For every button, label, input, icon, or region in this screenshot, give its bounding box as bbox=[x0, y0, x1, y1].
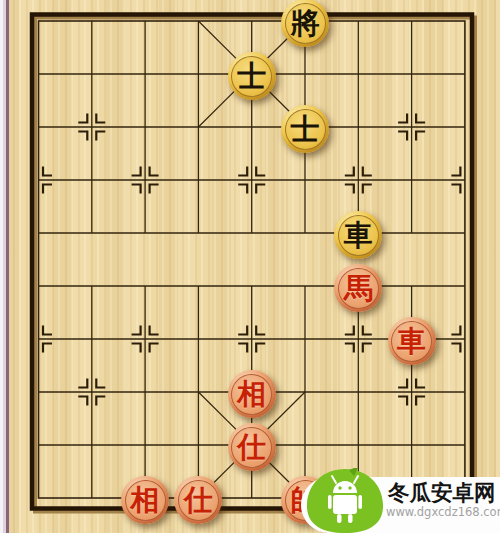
piece-glyph: 車 bbox=[391, 321, 432, 362]
piece-glyph: 仕 bbox=[231, 427, 272, 468]
piece-black-advisor-2[interactable]: 士 bbox=[281, 105, 329, 153]
piece-glyph: 士 bbox=[231, 56, 272, 97]
piece-glyph: 仕 bbox=[178, 480, 219, 521]
piece-black-general[interactable]: 將 bbox=[281, 0, 329, 47]
android-mascot-icon bbox=[303, 468, 387, 533]
piece-glyph: 車 bbox=[338, 215, 379, 256]
xiangqi-app-window: 將士士車馬車相仕相仕帥 冬瓜安卓网 www.dgxcdz168.com bbox=[0, 0, 500, 533]
piece-red-chariot[interactable]: 車 bbox=[388, 317, 436, 365]
piece-glyph: 將 bbox=[285, 3, 326, 44]
piece-black-chariot[interactable]: 車 bbox=[334, 211, 382, 259]
piece-glyph: 馬 bbox=[338, 268, 379, 309]
watermark-url: www.dgxcdz168.com bbox=[386, 505, 500, 519]
piece-black-advisor-1[interactable]: 士 bbox=[228, 52, 276, 100]
piece-glyph: 士 bbox=[285, 109, 326, 150]
watermark-title: 冬瓜安卓网 bbox=[388, 478, 500, 507]
piece-red-advisor-1[interactable]: 仕 bbox=[228, 423, 276, 471]
piece-glyph: 相 bbox=[231, 374, 272, 415]
piece-glyph: 相 bbox=[125, 480, 166, 521]
piece-red-elephant-1[interactable]: 相 bbox=[228, 370, 276, 418]
piece-red-horse[interactable]: 馬 bbox=[334, 264, 382, 312]
piece-red-elephant-2[interactable]: 相 bbox=[121, 476, 169, 524]
